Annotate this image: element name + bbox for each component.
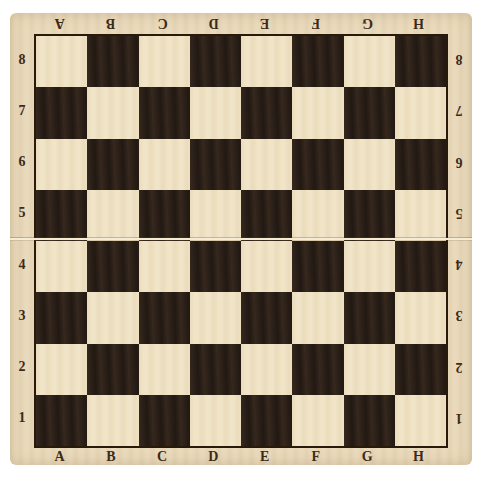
square-e3[interactable] [241, 292, 292, 343]
square-b7[interactable] [87, 87, 138, 138]
file-label-bottom-h: H [393, 447, 444, 466]
square-g4[interactable] [344, 241, 395, 292]
square-b5[interactable] [87, 190, 138, 241]
square-g6[interactable] [344, 139, 395, 190]
square-a3[interactable] [36, 292, 87, 343]
square-d8[interactable] [190, 36, 241, 87]
rank-label-left-7: 7 [10, 85, 34, 136]
square-a7[interactable] [36, 87, 87, 138]
rank-label-right-5: 5 [446, 188, 472, 239]
square-f2[interactable] [292, 344, 343, 395]
file-labels-bottom: ABCDEFGH [34, 447, 444, 466]
rank-label-right-7: 7 [446, 85, 472, 136]
rank-label-right-3: 3 [446, 290, 472, 341]
rank-label-left-6: 6 [10, 137, 34, 188]
square-b8[interactable] [87, 36, 138, 87]
square-e1[interactable] [241, 395, 292, 446]
square-g1[interactable] [344, 395, 395, 446]
file-label-top-f: F [290, 13, 341, 34]
file-label-bottom-a: A [34, 447, 85, 466]
file-label-bottom-b: B [85, 447, 136, 466]
file-label-bottom-c: C [137, 447, 188, 466]
square-d7[interactable] [190, 87, 241, 138]
file-label-bottom-f: F [290, 447, 341, 466]
square-g8[interactable] [344, 36, 395, 87]
square-h6[interactable] [395, 139, 446, 190]
square-a4[interactable] [36, 241, 87, 292]
square-d1[interactable] [190, 395, 241, 446]
square-f6[interactable] [292, 139, 343, 190]
file-label-bottom-d: D [188, 447, 239, 466]
file-label-top-h: H [393, 13, 444, 34]
rank-label-right-2: 2 [446, 342, 472, 393]
rank-label-right-4: 4 [446, 239, 472, 290]
square-c7[interactable] [139, 87, 190, 138]
file-label-top-g: G [342, 13, 393, 34]
square-e2[interactable] [241, 344, 292, 395]
square-c3[interactable] [139, 292, 190, 343]
square-h1[interactable] [395, 395, 446, 446]
rank-label-left-3: 3 [10, 290, 34, 341]
page: { "game": "chess", "description": "Overh… [0, 0, 480, 480]
square-c2[interactable] [139, 344, 190, 395]
square-d3[interactable] [190, 292, 241, 343]
square-f3[interactable] [292, 292, 343, 343]
square-h5[interactable] [395, 190, 446, 241]
file-labels-top: ABCDEFGH [34, 13, 444, 34]
rank-label-left-4: 4 [10, 239, 34, 290]
file-label-top-e: E [239, 13, 290, 34]
square-f8[interactable] [292, 36, 343, 87]
board-grid [34, 34, 448, 448]
square-c1[interactable] [139, 395, 190, 446]
rank-label-right-1: 1 [446, 393, 472, 444]
square-b6[interactable] [87, 139, 138, 190]
square-e5[interactable] [241, 190, 292, 241]
square-d5[interactable] [190, 190, 241, 241]
square-f5[interactable] [292, 190, 343, 241]
square-f1[interactable] [292, 395, 343, 446]
file-label-top-c: C [137, 13, 188, 34]
square-h4[interactable] [395, 241, 446, 292]
square-g3[interactable] [344, 292, 395, 343]
square-d2[interactable] [190, 344, 241, 395]
square-f4[interactable] [292, 241, 343, 292]
square-a2[interactable] [36, 344, 87, 395]
square-g7[interactable] [344, 87, 395, 138]
fold-seam [10, 237, 472, 241]
rank-label-right-8: 8 [446, 34, 472, 85]
file-label-top-a: A [34, 13, 85, 34]
file-label-bottom-e: E [239, 447, 290, 466]
rank-label-right-6: 6 [446, 137, 472, 188]
chessboard-photo: ABCDEFGH 87654321 87654321 ABCDEFGH [10, 13, 472, 465]
square-h3[interactable] [395, 292, 446, 343]
square-h7[interactable] [395, 87, 446, 138]
square-f7[interactable] [292, 87, 343, 138]
square-c8[interactable] [139, 36, 190, 87]
rank-label-left-5: 5 [10, 188, 34, 239]
square-c4[interactable] [139, 241, 190, 292]
square-b3[interactable] [87, 292, 138, 343]
square-c5[interactable] [139, 190, 190, 241]
square-a1[interactable] [36, 395, 87, 446]
square-h2[interactable] [395, 344, 446, 395]
square-d4[interactable] [190, 241, 241, 292]
square-e7[interactable] [241, 87, 292, 138]
square-e6[interactable] [241, 139, 292, 190]
file-label-bottom-g: G [342, 447, 393, 466]
square-g5[interactable] [344, 190, 395, 241]
file-label-top-b: B [85, 13, 136, 34]
rank-label-left-8: 8 [10, 34, 34, 85]
square-c6[interactable] [139, 139, 190, 190]
rank-label-left-2: 2 [10, 342, 34, 393]
file-label-top-d: D [188, 13, 239, 34]
square-a5[interactable] [36, 190, 87, 241]
square-e4[interactable] [241, 241, 292, 292]
square-a8[interactable] [36, 36, 87, 87]
square-b2[interactable] [87, 344, 138, 395]
square-d6[interactable] [190, 139, 241, 190]
square-e8[interactable] [241, 36, 292, 87]
square-b4[interactable] [87, 241, 138, 292]
square-b1[interactable] [87, 395, 138, 446]
square-h8[interactable] [395, 36, 446, 87]
rank-label-left-1: 1 [10, 393, 34, 444]
square-g2[interactable] [344, 344, 395, 395]
square-a6[interactable] [36, 139, 87, 190]
